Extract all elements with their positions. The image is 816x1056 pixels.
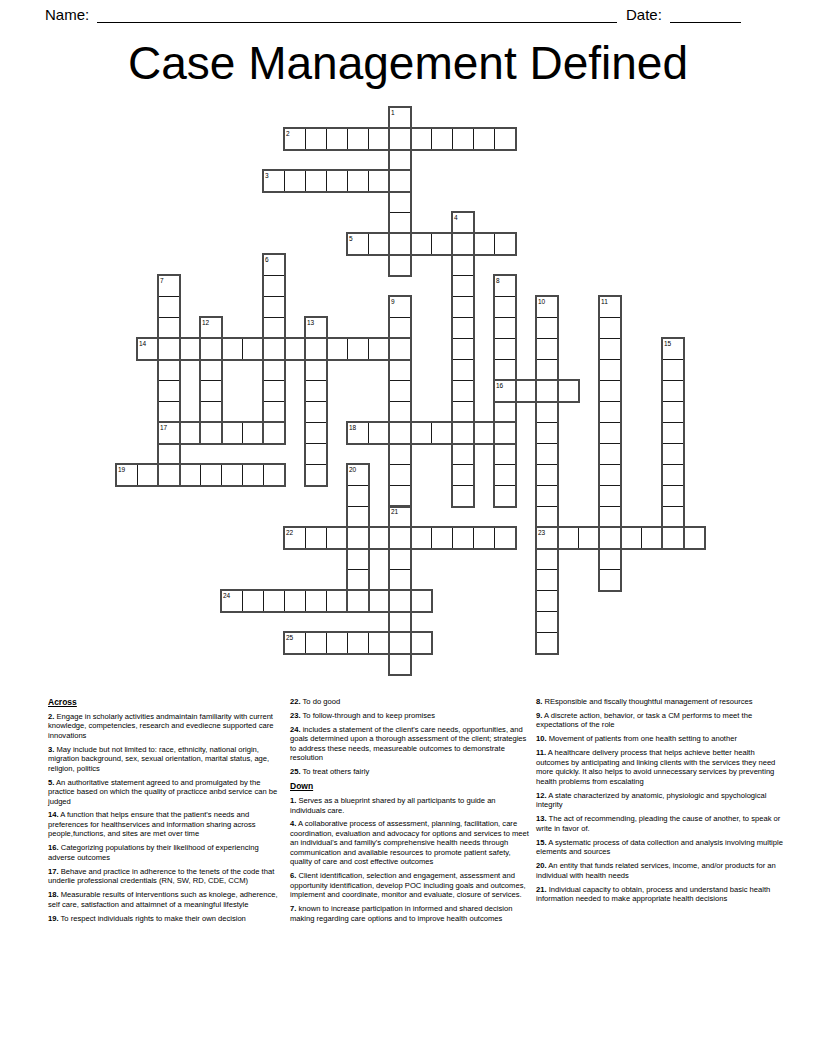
grid-cell[interactable] <box>536 464 558 486</box>
grid-cell[interactable] <box>389 170 411 192</box>
name-input-line[interactable] <box>97 21 617 23</box>
grid-cell[interactable] <box>494 128 516 150</box>
grid-cell[interactable] <box>389 464 411 486</box>
grid-cell[interactable] <box>305 590 327 612</box>
grid-cell[interactable] <box>410 422 432 444</box>
grid-cell[interactable] <box>347 338 369 360</box>
grid-cell[interactable] <box>494 443 516 465</box>
grid-cell[interactable] <box>200 338 222 360</box>
grid-cell[interactable] <box>347 569 369 591</box>
clues-column-left: Across2. Engage in scholarly activities … <box>48 697 286 928</box>
grid-cell[interactable] <box>431 128 453 150</box>
grid-cell[interactable] <box>263 359 285 381</box>
grid-cell[interactable] <box>452 527 474 549</box>
grid-cell[interactable] <box>494 380 516 402</box>
clue-across-3: 3. May include but not limited to: race,… <box>48 745 286 773</box>
clues-across-header: Across <box>48 697 286 708</box>
grid-cell[interactable] <box>452 359 474 381</box>
grid-cell[interactable] <box>158 296 180 318</box>
grid-cell[interactable] <box>305 380 327 402</box>
grid-cell[interactable] <box>641 527 663 549</box>
grid-cell[interactable] <box>494 464 516 486</box>
grid-cell[interactable] <box>410 128 432 150</box>
grid-cell[interactable] <box>452 422 474 444</box>
grid-cell[interactable] <box>599 380 621 402</box>
clue-number-label: 22. <box>290 697 301 706</box>
clue-number-label: 7. <box>290 904 296 913</box>
grid-cell[interactable] <box>536 380 558 402</box>
grid-cell[interactable] <box>389 233 411 255</box>
grid-cell[interactable] <box>347 464 369 486</box>
grid-cell[interactable] <box>242 422 264 444</box>
grid-cell[interactable] <box>662 338 684 360</box>
grid-cell[interactable] <box>599 317 621 339</box>
grid-cell[interactable] <box>536 485 558 507</box>
grid-cell[interactable] <box>452 317 474 339</box>
clue-down-12: 12. A state characterized by anatomic, p… <box>536 791 788 810</box>
grid-cell[interactable] <box>452 380 474 402</box>
page-title: Case Management Defined <box>0 36 816 90</box>
clue-down-15: 15. A systematic process of data collect… <box>536 838 788 857</box>
grid-cell[interactable] <box>305 359 327 381</box>
clue-number-label: 19. <box>48 914 59 923</box>
grid-cell[interactable] <box>368 632 390 654</box>
grid-cell[interactable] <box>389 296 411 318</box>
grid-cell[interactable] <box>326 632 348 654</box>
grid-cell[interactable] <box>368 338 390 360</box>
clue-number-label: 3. <box>48 745 54 754</box>
clue-down-11: 11. A healthcare delivery process that h… <box>536 748 788 786</box>
grid-cell[interactable] <box>347 422 369 444</box>
grid-cell[interactable] <box>158 380 180 402</box>
grid-cell[interactable] <box>368 527 390 549</box>
grid-cell[interactable] <box>599 485 621 507</box>
clue-across-14: 14. A function that helps ensure that th… <box>48 810 286 838</box>
grid-cell[interactable] <box>284 128 306 150</box>
grid-cell[interactable] <box>326 338 348 360</box>
clue-across-2: 2. Engage in scholarly activities andmai… <box>48 712 286 740</box>
grid-cell[interactable] <box>389 443 411 465</box>
grid-cell[interactable] <box>410 527 432 549</box>
grid-cell[interactable] <box>326 527 348 549</box>
grid-cell[interactable] <box>137 338 159 360</box>
grid-cell[interactable] <box>494 317 516 339</box>
grid-cell[interactable] <box>305 170 327 192</box>
grid-cell[interactable] <box>473 233 495 255</box>
grid-cell[interactable] <box>347 506 369 528</box>
date-input-line[interactable] <box>670 21 741 23</box>
grid-cell[interactable] <box>158 317 180 339</box>
grid-cell[interactable] <box>389 422 411 444</box>
grid-cell[interactable] <box>389 569 411 591</box>
clue-across-22: 22. To do good <box>290 697 530 706</box>
grid-cell[interactable] <box>326 590 348 612</box>
grid-cell[interactable] <box>599 464 621 486</box>
clue-number-label: 18. <box>48 890 59 899</box>
clue-down-9: 9. A discrete action, behavior, or task … <box>536 711 788 730</box>
grid-cell[interactable] <box>536 611 558 633</box>
grid-cell[interactable] <box>263 401 285 423</box>
clue-down-10: 10. Movement of patients from one health… <box>536 734 788 743</box>
grid-cell[interactable] <box>200 380 222 402</box>
grid-cell[interactable] <box>389 254 411 276</box>
grid-cell[interactable] <box>473 128 495 150</box>
grid-cell[interactable] <box>389 380 411 402</box>
grid-cell[interactable] <box>662 380 684 402</box>
grid-cell[interactable] <box>494 275 516 297</box>
clue-number-label: 2. <box>48 712 54 721</box>
clue-down-21: 21. Individual capacity to obtain, proce… <box>536 885 788 904</box>
grid-cell[interactable] <box>494 401 516 423</box>
grid-cell[interactable] <box>305 401 327 423</box>
grid-cell[interactable] <box>452 443 474 465</box>
grid-cell[interactable] <box>557 380 579 402</box>
grid-cell[interactable] <box>347 590 369 612</box>
clue-down-4: 4. A collaborative process of assessment… <box>290 819 530 866</box>
grid-cell[interactable] <box>221 338 243 360</box>
grid-cell[interactable] <box>158 359 180 381</box>
grid-cell[interactable] <box>536 506 558 528</box>
name-label: Name: <box>45 6 89 23</box>
grid-cell[interactable] <box>221 590 243 612</box>
grid-cell[interactable] <box>221 422 243 444</box>
grid-cell[interactable] <box>200 401 222 423</box>
grid-cell[interactable] <box>389 401 411 423</box>
grid-cell[interactable] <box>536 569 558 591</box>
grid-cell[interactable] <box>599 569 621 591</box>
clue-number-label: 4. <box>290 819 296 828</box>
clue-across-5: 5. An authoritative statement agreed to … <box>48 778 286 806</box>
grid-cell[interactable] <box>494 359 516 381</box>
grid-cell[interactable] <box>263 422 285 444</box>
grid-cell[interactable] <box>305 338 327 360</box>
grid-cell[interactable] <box>431 527 453 549</box>
grid-cell[interactable] <box>389 611 411 633</box>
grid-cell[interactable] <box>662 422 684 444</box>
grid-cell[interactable] <box>389 548 411 570</box>
grid-cell[interactable] <box>200 359 222 381</box>
clue-number-label: 10. <box>536 734 547 743</box>
grid-cell[interactable] <box>536 527 558 549</box>
grid-cell[interactable] <box>389 317 411 339</box>
grid-cell[interactable] <box>263 380 285 402</box>
grid-cell[interactable] <box>452 485 474 507</box>
clue-number-label: 25. <box>290 767 301 776</box>
grid-cell[interactable] <box>263 170 285 192</box>
clues-column-right: 8. REsponsible and fiscally thoughtful m… <box>536 697 788 908</box>
clue-across-19: 19. To respect individuals rights to mak… <box>48 914 286 923</box>
grid-cell[interactable] <box>347 485 369 507</box>
grid-cell[interactable] <box>200 422 222 444</box>
grid-cell[interactable] <box>662 464 684 486</box>
clue-across-25: 25. To treat others fairly <box>290 767 530 776</box>
grid-cell[interactable] <box>263 590 285 612</box>
grid-cell[interactable] <box>683 527 705 549</box>
clue-down-7: 7. known to increase participation in in… <box>290 904 530 923</box>
grid-cell[interactable] <box>347 548 369 570</box>
grid-cell[interactable] <box>389 107 411 129</box>
grid-cell[interactable] <box>284 632 306 654</box>
grid-cell[interactable] <box>599 443 621 465</box>
grid-cell[interactable] <box>662 527 684 549</box>
clue-number-label: 11. <box>536 748 546 757</box>
clue-number-label: 5. <box>48 778 54 787</box>
grid-cell[interactable] <box>536 590 558 612</box>
grid-cell[interactable] <box>494 485 516 507</box>
grid-cell[interactable] <box>473 527 495 549</box>
grid-cell[interactable] <box>116 464 138 486</box>
grid-cell[interactable] <box>326 128 348 150</box>
grid-cell[interactable] <box>137 464 159 486</box>
grid-cell[interactable] <box>494 338 516 360</box>
grid-cell[interactable] <box>494 296 516 318</box>
grid-cell[interactable] <box>452 296 474 318</box>
grid-cell[interactable] <box>347 527 369 549</box>
clue-number-label: 20. <box>536 861 547 870</box>
grid-cell[interactable] <box>662 401 684 423</box>
grid-cell[interactable] <box>410 632 432 654</box>
grid-cell[interactable] <box>368 128 390 150</box>
grid-cell[interactable] <box>263 254 285 276</box>
grid-cell[interactable] <box>452 233 474 255</box>
grid-cell[interactable] <box>536 338 558 360</box>
grid-cell[interactable] <box>662 359 684 381</box>
grid-cell[interactable] <box>662 485 684 507</box>
clue-number-label: 6. <box>290 871 296 880</box>
grid-cell[interactable] <box>389 485 411 507</box>
grid-cell[interactable] <box>389 338 411 360</box>
grid-cell[interactable] <box>662 506 684 528</box>
grid-cell[interactable] <box>305 632 327 654</box>
grid-cell[interactable] <box>578 527 600 549</box>
grid-cell[interactable] <box>431 233 453 255</box>
clue-down-20: 20. An entity that funds related service… <box>536 861 788 880</box>
grid-cell[interactable] <box>536 401 558 423</box>
grid-cell[interactable] <box>326 170 348 192</box>
clue-across-18: 18. Measurable results of interventions … <box>48 890 286 909</box>
grid-cell[interactable] <box>599 527 621 549</box>
clue-across-23: 23. To follow-through and to keep promis… <box>290 711 530 720</box>
grid-cell[interactable] <box>368 170 390 192</box>
grid-cell[interactable] <box>242 590 264 612</box>
grid-cell[interactable] <box>158 401 180 423</box>
grid-cell[interactable] <box>431 422 453 444</box>
grid-cell[interactable] <box>599 548 621 570</box>
grid-cell[interactable] <box>452 254 474 276</box>
grid-cell[interactable] <box>179 338 201 360</box>
grid-cell[interactable] <box>599 359 621 381</box>
grid-cell[interactable] <box>389 149 411 171</box>
grid-cell[interactable] <box>410 233 432 255</box>
grid-cell[interactable] <box>452 401 474 423</box>
clue-number-label: 9. <box>536 711 542 720</box>
grid-cell[interactable] <box>242 338 264 360</box>
grid-cell[interactable] <box>389 359 411 381</box>
grid-cell[interactable] <box>452 212 474 234</box>
grid-cell[interactable] <box>305 443 327 465</box>
grid-cell[interactable] <box>620 527 642 549</box>
grid-cell[interactable] <box>263 275 285 297</box>
grid-cell[interactable] <box>536 422 558 444</box>
grid-cell[interactable] <box>452 338 474 360</box>
clues-column-middle: 22. To do good23. To follow-through and … <box>290 697 530 928</box>
grid-cell[interactable] <box>389 632 411 654</box>
clue-number-label: 13. <box>536 814 547 823</box>
grid-cell[interactable] <box>452 275 474 297</box>
grid-cell[interactable] <box>284 527 306 549</box>
grid-cell[interactable] <box>389 128 411 150</box>
grid-cell[interactable] <box>599 422 621 444</box>
clue-number-label: 17. <box>48 867 59 876</box>
grid-cell[interactable] <box>557 527 579 549</box>
grid-cell[interactable] <box>347 233 369 255</box>
clue-down-13: 13. The act of recommending, pleading th… <box>536 814 788 833</box>
grid-cell[interactable] <box>263 338 285 360</box>
grid-cell[interactable] <box>662 443 684 465</box>
grid-cell[interactable] <box>494 233 516 255</box>
clue-number-label: 16. <box>48 843 59 852</box>
grid-cell[interactable] <box>368 422 390 444</box>
clue-across-16: 16. Categorizing populations by their li… <box>48 843 286 862</box>
date-label: Date: <box>626 6 662 23</box>
grid-cell[interactable] <box>389 191 411 213</box>
clue-number-label: 21. <box>536 885 547 894</box>
grid-cell[interactable] <box>536 296 558 318</box>
grid-cell[interactable] <box>263 464 285 486</box>
grid-cell[interactable] <box>389 212 411 234</box>
grid-cell[interactable] <box>158 464 180 486</box>
clue-number-label: 12. <box>536 791 547 800</box>
grid-cell[interactable] <box>305 128 327 150</box>
clue-down-8: 8. REsponsible and fiscally thoughtful m… <box>536 697 788 706</box>
grid-cell[interactable] <box>599 401 621 423</box>
clue-number-label: 14. <box>48 810 59 819</box>
grid-cell[interactable] <box>263 296 285 318</box>
grid-cell[interactable] <box>389 653 411 675</box>
grid-cell[interactable] <box>389 506 411 528</box>
grid-cell[interactable] <box>473 422 495 444</box>
crossword-board: 1234567891011121314151617181920212223242… <box>116 107 705 675</box>
grid-cell[interactable] <box>452 464 474 486</box>
grid-cell[interactable] <box>305 464 327 486</box>
grid-cell[interactable] <box>263 317 285 339</box>
grid-cell[interactable] <box>599 296 621 318</box>
clue-across-17: 17. Behave and practice in adherence to … <box>48 867 286 886</box>
grid-cell[interactable] <box>200 464 222 486</box>
grid-cell[interactable] <box>536 548 558 570</box>
grid-cell[interactable] <box>284 170 306 192</box>
grid-cell[interactable] <box>305 527 327 549</box>
clue-across-24: 24. includes a statement of the client's… <box>290 725 530 763</box>
clue-number-label: 1. <box>290 796 296 805</box>
grid-cell[interactable] <box>599 506 621 528</box>
clue-number-label: 24. <box>290 725 301 734</box>
grid-cell[interactable] <box>221 464 243 486</box>
grid-cell[interactable] <box>494 422 516 444</box>
grid-cell[interactable] <box>389 590 411 612</box>
grid-cell[interactable] <box>536 317 558 339</box>
grid-cell[interactable] <box>599 338 621 360</box>
grid-cell[interactable] <box>284 590 306 612</box>
grid-cell[interactable] <box>305 317 327 339</box>
grid-cell[interactable] <box>368 590 390 612</box>
grid-cell[interactable] <box>452 128 474 150</box>
grid-cell[interactable] <box>158 422 180 444</box>
grid-cell[interactable] <box>284 338 306 360</box>
grid-cell[interactable] <box>494 527 516 549</box>
grid-cell[interactable] <box>536 443 558 465</box>
grid-cell[interactable] <box>158 338 180 360</box>
clue-number-label: 15. <box>536 838 547 847</box>
grid-cell[interactable] <box>179 422 201 444</box>
clue-number-label: 23. <box>290 711 301 720</box>
grid-cell[interactable] <box>368 233 390 255</box>
grid-cell[interactable] <box>536 632 558 654</box>
grid-cell[interactable] <box>515 380 537 402</box>
grid-cell[interactable] <box>347 170 369 192</box>
clues-down-header: Down <box>290 781 530 792</box>
grid-cell[interactable] <box>158 275 180 297</box>
grid-cell[interactable] <box>158 443 180 465</box>
worksheet-page: { "header": { "name_label": "Name:", "da… <box>0 0 816 1056</box>
clue-down-6: 6. Client identification, selection and … <box>290 871 530 899</box>
clue-number-label: 8. <box>536 697 542 706</box>
grid-cell[interactable] <box>410 590 432 612</box>
grid-cell[interactable] <box>179 464 201 486</box>
grid-cell[interactable] <box>389 527 411 549</box>
grid-cell[interactable] <box>200 317 222 339</box>
grid-cell[interactable] <box>536 359 558 381</box>
grid-cell[interactable] <box>347 632 369 654</box>
grid-cell[interactable] <box>347 128 369 150</box>
grid-cell[interactable] <box>242 464 264 486</box>
clue-down-1: 1. Serves as a blueprint shared by all p… <box>290 796 530 815</box>
